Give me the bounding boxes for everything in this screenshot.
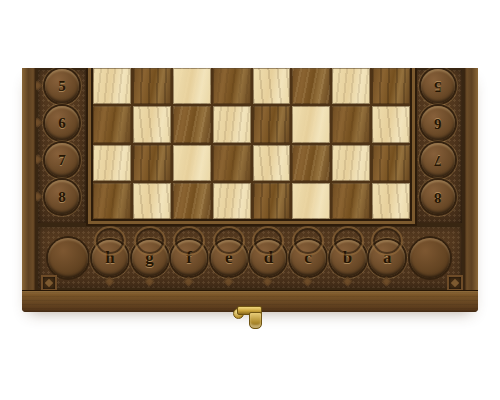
square-d5 — [253, 68, 291, 104]
file-label-a-glyph: a — [383, 248, 392, 268]
file-label-b-glyph: b — [343, 248, 352, 268]
rank-label-7-glyph: 7 — [58, 152, 66, 169]
file-label-e-glyph: e — [225, 248, 233, 268]
rank-label-6: 6 — [45, 106, 79, 140]
rank-label-5-glyph: 5 — [58, 78, 66, 95]
square-e7 — [213, 145, 251, 181]
square-h7 — [93, 145, 131, 181]
corner-diamond-right — [447, 275, 463, 291]
file-label-c-glyph: c — [304, 248, 312, 268]
square-b8 — [332, 183, 370, 219]
corner-diamond-left — [41, 275, 57, 291]
square-e6 — [213, 106, 251, 142]
file-label-f-glyph: f — [186, 248, 192, 268]
rank-label-6-glyph: 6 — [58, 115, 66, 132]
file-label-e: e — [211, 240, 247, 276]
square-d6 — [253, 106, 291, 142]
clasp-loop-icon — [249, 312, 262, 329]
product-photo: 5678 5678 hgfedcba — [0, 0, 500, 400]
file-label-h: h — [92, 240, 128, 276]
rank-labels-left-border: 5678 — [36, 68, 88, 225]
square-c7 — [292, 145, 330, 181]
rank-labels-right-border: 5678 — [412, 68, 464, 225]
square-a8 — [372, 183, 410, 219]
corner-medallion-right — [410, 238, 450, 278]
square-b7 — [332, 145, 370, 181]
file-label-d: d — [250, 240, 286, 276]
square-d8 — [253, 183, 291, 219]
file-labels-bottom-border: hgfedcba — [36, 225, 464, 290]
chess-box: 5678 5678 hgfedcba — [22, 68, 478, 312]
square-f8 — [173, 183, 211, 219]
file-label-f: f — [171, 240, 207, 276]
rank-label-right-8: 8 — [421, 180, 455, 214]
file-label-c: c — [290, 240, 326, 276]
rank-label-right-5: 5 — [421, 69, 455, 103]
square-c8 — [292, 183, 330, 219]
square-h8 — [93, 183, 131, 219]
board-frame — [86, 68, 417, 226]
square-d7 — [253, 145, 291, 181]
square-h5 — [93, 68, 131, 104]
file-label-h-glyph: h — [105, 248, 114, 268]
box-right-edge — [464, 68, 478, 290]
file-label-a: a — [369, 240, 405, 276]
square-c6 — [292, 106, 330, 142]
square-g5 — [133, 68, 171, 104]
brass-clasp — [234, 305, 264, 331]
square-c5 — [292, 68, 330, 104]
square-g7 — [133, 145, 171, 181]
square-f7 — [173, 145, 211, 181]
file-label-g: g — [132, 240, 168, 276]
board-inner-groove — [91, 68, 412, 221]
square-e8 — [213, 183, 251, 219]
file-label-b: b — [330, 240, 366, 276]
rank-label-8-glyph: 8 — [58, 189, 66, 206]
rank-label-right-6-glyph: 6 — [434, 115, 442, 132]
rank-label-right-8-glyph: 8 — [434, 189, 442, 206]
rank-label-right-7-glyph: 7 — [434, 152, 442, 169]
square-a5 — [372, 68, 410, 104]
corner-medallion-left — [48, 238, 88, 278]
square-e5 — [213, 68, 251, 104]
square-f5 — [173, 68, 211, 104]
file-label-d-glyph: d — [264, 248, 273, 268]
square-g8 — [133, 183, 171, 219]
rank-label-8: 8 — [45, 180, 79, 214]
rank-label-right-5-glyph: 5 — [434, 78, 442, 95]
square-a6 — [372, 106, 410, 142]
chess-board — [93, 68, 410, 219]
box-left-edge — [22, 68, 36, 290]
square-f6 — [173, 106, 211, 142]
rank-label-5: 5 — [45, 69, 79, 103]
square-a7 — [372, 145, 410, 181]
square-b5 — [332, 68, 370, 104]
rank-label-7: 7 — [45, 143, 79, 177]
file-label-g-glyph: g — [145, 248, 154, 268]
square-h6 — [93, 106, 131, 142]
square-b6 — [332, 106, 370, 142]
rank-label-right-6: 6 — [421, 106, 455, 140]
rank-label-right-7: 7 — [421, 143, 455, 177]
square-g6 — [133, 106, 171, 142]
